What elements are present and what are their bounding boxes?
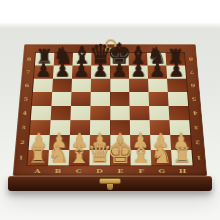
square-h5[interactable] bbox=[168, 92, 188, 106]
square-f8[interactable] bbox=[129, 53, 148, 66]
piece-white-knight-g1[interactable]: ♞ bbox=[151, 128, 172, 163]
file-label-e: E bbox=[110, 165, 131, 176]
file-label-c: C bbox=[68, 165, 89, 176]
file-label-b: B bbox=[47, 165, 68, 176]
square-c5[interactable] bbox=[71, 92, 91, 106]
chess-board[interactable]: ABCDEFGH 87654321 87654321 ♜♞♝♛♚♝♞♜♟♟♟♟♟… bbox=[13, 44, 208, 176]
square-g7[interactable] bbox=[148, 66, 168, 79]
square-e5[interactable] bbox=[110, 92, 130, 106]
rank-label-6-left: 6 bbox=[20, 79, 34, 92]
square-c8[interactable] bbox=[72, 53, 91, 66]
square-b6[interactable] bbox=[52, 79, 72, 92]
square-b5[interactable] bbox=[51, 92, 71, 106]
square-e6[interactable] bbox=[110, 79, 129, 92]
photo-backdrop: ABCDEFGH 87654321 87654321 ♜♞♝♛♚♝♞♜♟♟♟♟♟… bbox=[0, 0, 220, 220]
square-a8[interactable] bbox=[35, 53, 54, 66]
square-c7[interactable] bbox=[72, 66, 91, 79]
square-e7[interactable] bbox=[110, 66, 129, 79]
square-c6[interactable] bbox=[71, 79, 91, 92]
square-e8[interactable] bbox=[110, 53, 129, 66]
square-f7[interactable] bbox=[129, 66, 148, 79]
file-labels: ABCDEFGH bbox=[27, 165, 194, 176]
rank-label-8-left: 8 bbox=[22, 53, 35, 66]
square-g5[interactable] bbox=[149, 92, 169, 106]
square-b8[interactable] bbox=[54, 53, 73, 66]
piece-white-king-e1[interactable]: ♚ bbox=[110, 128, 131, 163]
brass-clasp-knob bbox=[107, 184, 113, 190]
square-d6[interactable] bbox=[91, 79, 110, 92]
box-front-edge bbox=[8, 176, 212, 191]
file-label-a: A bbox=[27, 165, 48, 176]
square-f5[interactable] bbox=[129, 92, 149, 106]
rank-label-5-left: 5 bbox=[19, 92, 33, 106]
rank-label-8-right: 8 bbox=[184, 53, 197, 66]
file-label-g: G bbox=[151, 165, 172, 176]
square-h7[interactable] bbox=[166, 66, 186, 79]
square-g6[interactable] bbox=[148, 79, 168, 92]
square-d7[interactable] bbox=[91, 66, 110, 79]
rank-label-5-right: 5 bbox=[187, 92, 201, 106]
square-d5[interactable] bbox=[90, 92, 110, 106]
square-b7[interactable] bbox=[53, 66, 73, 79]
square-a7[interactable] bbox=[34, 66, 54, 79]
square-a6[interactable] bbox=[33, 79, 53, 92]
piece-white-rook-a1[interactable]: ♜ bbox=[27, 128, 48, 163]
rank-label-7-right: 7 bbox=[185, 66, 199, 79]
square-h6[interactable] bbox=[167, 79, 187, 92]
square-a5[interactable] bbox=[32, 92, 52, 106]
rank-label-1-right: 1 bbox=[191, 150, 206, 165]
piece-white-knight-b1[interactable]: ♞ bbox=[48, 128, 69, 163]
file-label-f: F bbox=[131, 165, 152, 176]
rank-label-7-left: 7 bbox=[21, 66, 35, 79]
piece-white-rook-h1[interactable]: ♜ bbox=[172, 128, 193, 163]
square-d8[interactable] bbox=[91, 53, 110, 66]
rank-label-6-right: 6 bbox=[186, 79, 200, 92]
square-h8[interactable] bbox=[166, 53, 185, 66]
piece-white-bishop-f1[interactable]: ♝ bbox=[131, 128, 152, 163]
rank-label-1-left: 1 bbox=[14, 150, 29, 165]
file-label-h: H bbox=[172, 165, 193, 176]
square-f6[interactable] bbox=[129, 79, 149, 92]
square-g8[interactable] bbox=[147, 53, 166, 66]
file-label-d: D bbox=[89, 165, 110, 176]
